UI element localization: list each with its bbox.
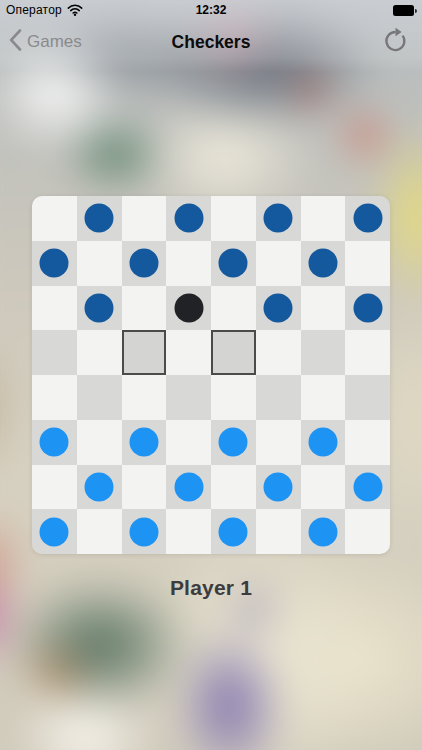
board-square[interactable]	[211, 286, 256, 331]
board-square[interactable]	[122, 509, 167, 554]
light-blue-piece[interactable]	[308, 428, 337, 457]
dark-blue-piece[interactable]	[85, 204, 114, 233]
board-square[interactable]	[256, 465, 301, 510]
light-blue-piece[interactable]	[219, 428, 248, 457]
board-square[interactable]	[301, 509, 346, 554]
board-square[interactable]	[256, 196, 301, 241]
board-square[interactable]	[32, 465, 77, 510]
board-square[interactable]	[77, 375, 122, 420]
board-square[interactable]	[256, 330, 301, 375]
board-square[interactable]	[77, 241, 122, 286]
board-square[interactable]	[345, 465, 390, 510]
board-square[interactable]	[256, 241, 301, 286]
refresh-button[interactable]	[382, 29, 408, 55]
board-square[interactable]	[32, 241, 77, 286]
light-blue-piece[interactable]	[85, 472, 114, 501]
board-square[interactable]	[166, 196, 211, 241]
board-square[interactable]	[301, 330, 346, 375]
dark-blue-piece[interactable]	[85, 293, 114, 322]
board-square[interactable]	[122, 465, 167, 510]
highlighted-square[interactable]	[122, 330, 167, 375]
board-square[interactable]	[211, 465, 256, 510]
board-square[interactable]	[77, 286, 122, 331]
board-square[interactable]	[32, 286, 77, 331]
board-square[interactable]	[345, 196, 390, 241]
light-blue-piece[interactable]	[40, 517, 69, 546]
dark-blue-piece[interactable]	[129, 249, 158, 278]
board-square[interactable]	[32, 375, 77, 420]
board-square[interactable]	[166, 330, 211, 375]
page-title: Checkers	[0, 20, 422, 64]
refresh-icon	[383, 27, 408, 57]
board-square[interactable]	[122, 196, 167, 241]
board-square[interactable]	[301, 375, 346, 420]
highlighted-square[interactable]	[211, 330, 256, 375]
board-square[interactable]	[166, 465, 211, 510]
app-screen: Оператор 12:32 Games Checkers	[0, 0, 422, 750]
board-square[interactable]	[211, 241, 256, 286]
board-square[interactable]	[345, 420, 390, 465]
board-square[interactable]	[166, 286, 211, 331]
board-square[interactable]	[345, 375, 390, 420]
board-square[interactable]	[345, 509, 390, 554]
board-square[interactable]	[32, 420, 77, 465]
checkers-board	[32, 196, 390, 554]
board-square[interactable]	[77, 465, 122, 510]
board-square[interactable]	[301, 420, 346, 465]
board-square[interactable]	[301, 465, 346, 510]
board-square[interactable]	[256, 509, 301, 554]
dark-blue-piece[interactable]	[353, 204, 382, 233]
board-square[interactable]	[211, 196, 256, 241]
battery-icon	[393, 5, 417, 16]
board-square[interactable]	[166, 509, 211, 554]
light-blue-piece[interactable]	[129, 517, 158, 546]
board-square[interactable]	[122, 375, 167, 420]
board-square[interactable]	[301, 196, 346, 241]
board-square[interactable]	[166, 241, 211, 286]
board-square[interactable]	[301, 286, 346, 331]
current-player-label: Player 1	[0, 576, 422, 600]
board-square[interactable]	[122, 241, 167, 286]
board-square[interactable]	[166, 375, 211, 420]
light-blue-piece[interactable]	[353, 472, 382, 501]
board-square[interactable]	[256, 286, 301, 331]
board-square[interactable]	[211, 420, 256, 465]
dark-blue-piece[interactable]	[353, 293, 382, 322]
board-square[interactable]	[256, 375, 301, 420]
board-square[interactable]	[345, 286, 390, 331]
board-square[interactable]	[166, 420, 211, 465]
board-square[interactable]	[211, 509, 256, 554]
light-blue-piece[interactable]	[40, 428, 69, 457]
board-square[interactable]	[77, 196, 122, 241]
board-square[interactable]	[77, 420, 122, 465]
dark-blue-piece[interactable]	[219, 249, 248, 278]
board-square[interactable]	[345, 330, 390, 375]
light-blue-piece[interactable]	[219, 517, 248, 546]
dark-blue-piece[interactable]	[308, 249, 337, 278]
status-time: 12:32	[0, 3, 422, 17]
board-square[interactable]	[77, 509, 122, 554]
board-square[interactable]	[301, 241, 346, 286]
board-square[interactable]	[32, 509, 77, 554]
dark-blue-piece[interactable]	[40, 249, 69, 278]
board-square[interactable]	[256, 420, 301, 465]
dark-blue-piece[interactable]	[264, 204, 293, 233]
light-blue-piece[interactable]	[174, 472, 203, 501]
board-square[interactable]	[122, 286, 167, 331]
light-blue-piece[interactable]	[264, 472, 293, 501]
navigation-bar: Games Checkers	[0, 20, 422, 64]
board-square[interactable]	[122, 420, 167, 465]
dark-blue-piece[interactable]	[264, 293, 293, 322]
board-square[interactable]	[32, 196, 77, 241]
selected-black-piece[interactable]	[174, 293, 203, 322]
light-blue-piece[interactable]	[308, 517, 337, 546]
board-square[interactable]	[32, 330, 77, 375]
board-square[interactable]	[211, 375, 256, 420]
status-bar: Оператор 12:32	[0, 0, 422, 20]
board-square[interactable]	[77, 330, 122, 375]
board-square[interactable]	[345, 241, 390, 286]
dark-blue-piece[interactable]	[174, 204, 203, 233]
light-blue-piece[interactable]	[129, 428, 158, 457]
